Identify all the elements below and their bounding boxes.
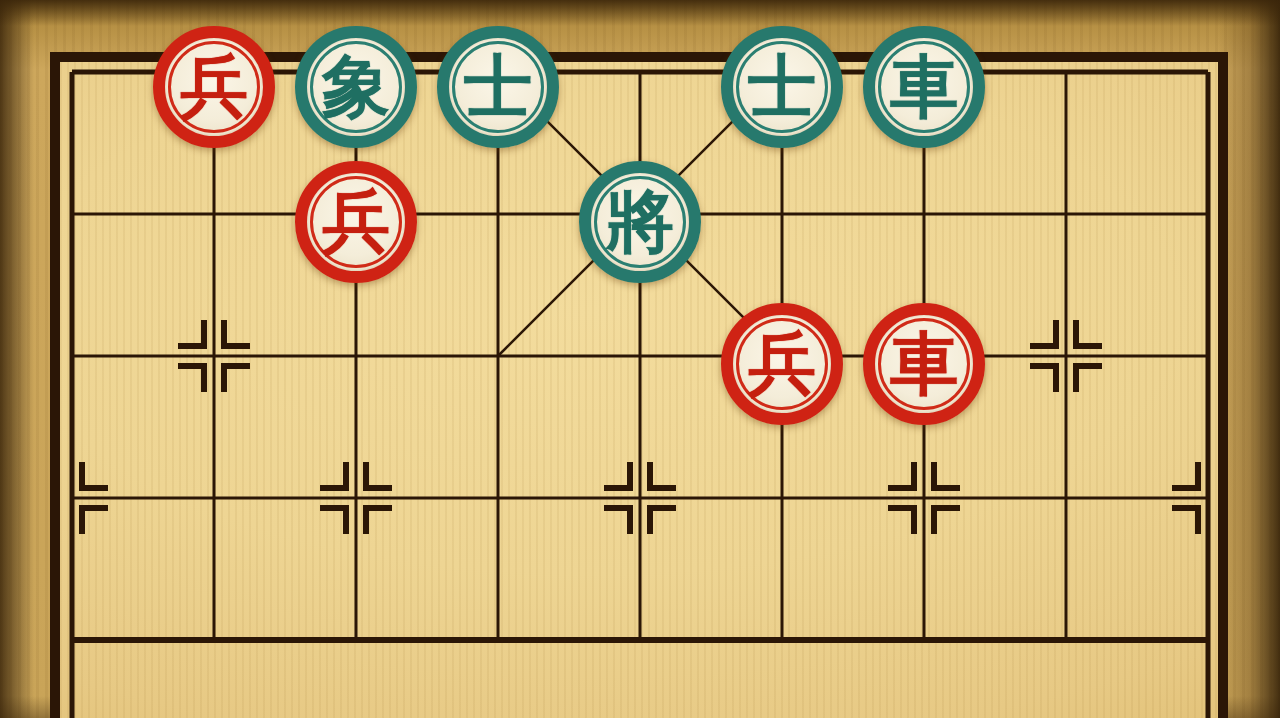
piece-glyph: 車: [890, 329, 958, 397]
piece-black-advisor[interactable]: 士: [437, 26, 559, 148]
piece-glyph: 車: [890, 52, 958, 120]
piece-red-soldier[interactable]: 兵: [295, 161, 417, 283]
xiangqi-board: 兵象士士車兵將兵車: [0, 0, 1280, 718]
piece-glyph: 兵: [748, 329, 816, 397]
piece-glyph: 兵: [180, 52, 248, 120]
piece-glyph: 兵: [322, 187, 390, 255]
pieces-layer: 兵象士士車兵將兵車: [0, 0, 1280, 718]
piece-red-soldier[interactable]: 兵: [721, 303, 843, 425]
piece-red-chariot[interactable]: 車: [863, 303, 985, 425]
piece-glyph: 將: [606, 187, 674, 255]
piece-glyph: 象: [322, 52, 390, 120]
piece-red-soldier[interactable]: 兵: [153, 26, 275, 148]
piece-black-chariot[interactable]: 車: [863, 26, 985, 148]
piece-black-elephant[interactable]: 象: [295, 26, 417, 148]
piece-black-general[interactable]: 將: [579, 161, 701, 283]
piece-glyph: 士: [748, 52, 816, 120]
piece-black-advisor[interactable]: 士: [721, 26, 843, 148]
piece-glyph: 士: [464, 52, 532, 120]
